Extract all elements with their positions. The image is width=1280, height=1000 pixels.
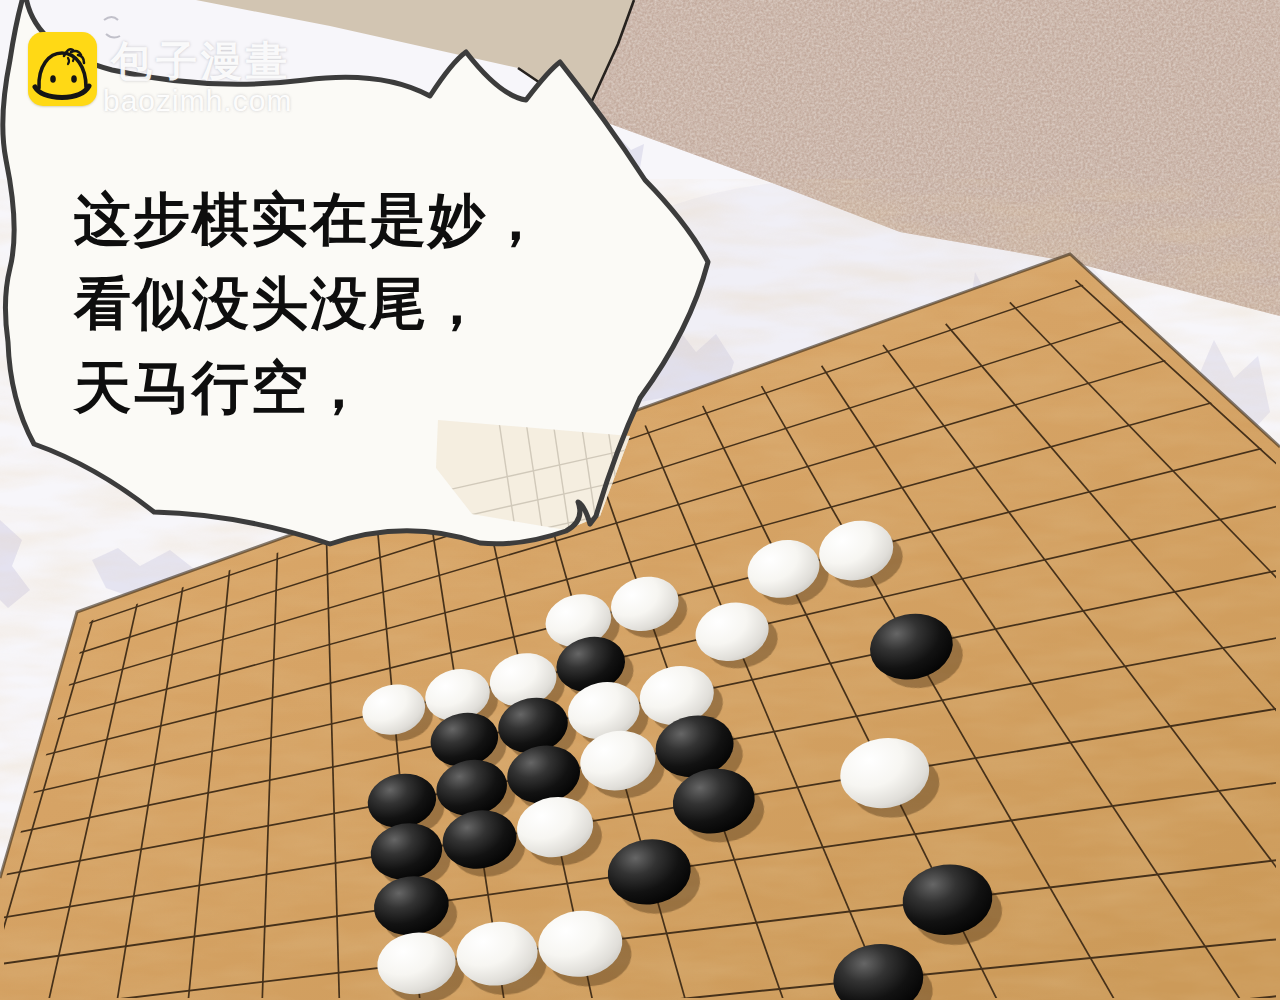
comic-panel: 这步棋实在是妙， 看似没头没尾， 天马行空， 包子漫畫 baozimh.com	[0, 0, 1280, 1000]
watermark: 包子漫畫 baozimh.com	[0, 0, 420, 140]
baozi-bun-icon	[28, 32, 97, 106]
watermark-url: baozimh.com	[103, 84, 292, 118]
scene-canvas	[0, 0, 1280, 1000]
baozi-logo	[28, 32, 97, 106]
speech-bubble-text: 这步棋实在是妙， 看似没头没尾， 天马行空，	[74, 178, 634, 429]
watermark-title: 包子漫畫	[111, 34, 291, 89]
speech-line-3: 天马行空，	[74, 346, 634, 430]
speech-line-2: 看似没头没尾，	[74, 262, 634, 346]
speech-line-1: 这步棋实在是妙，	[74, 178, 634, 262]
